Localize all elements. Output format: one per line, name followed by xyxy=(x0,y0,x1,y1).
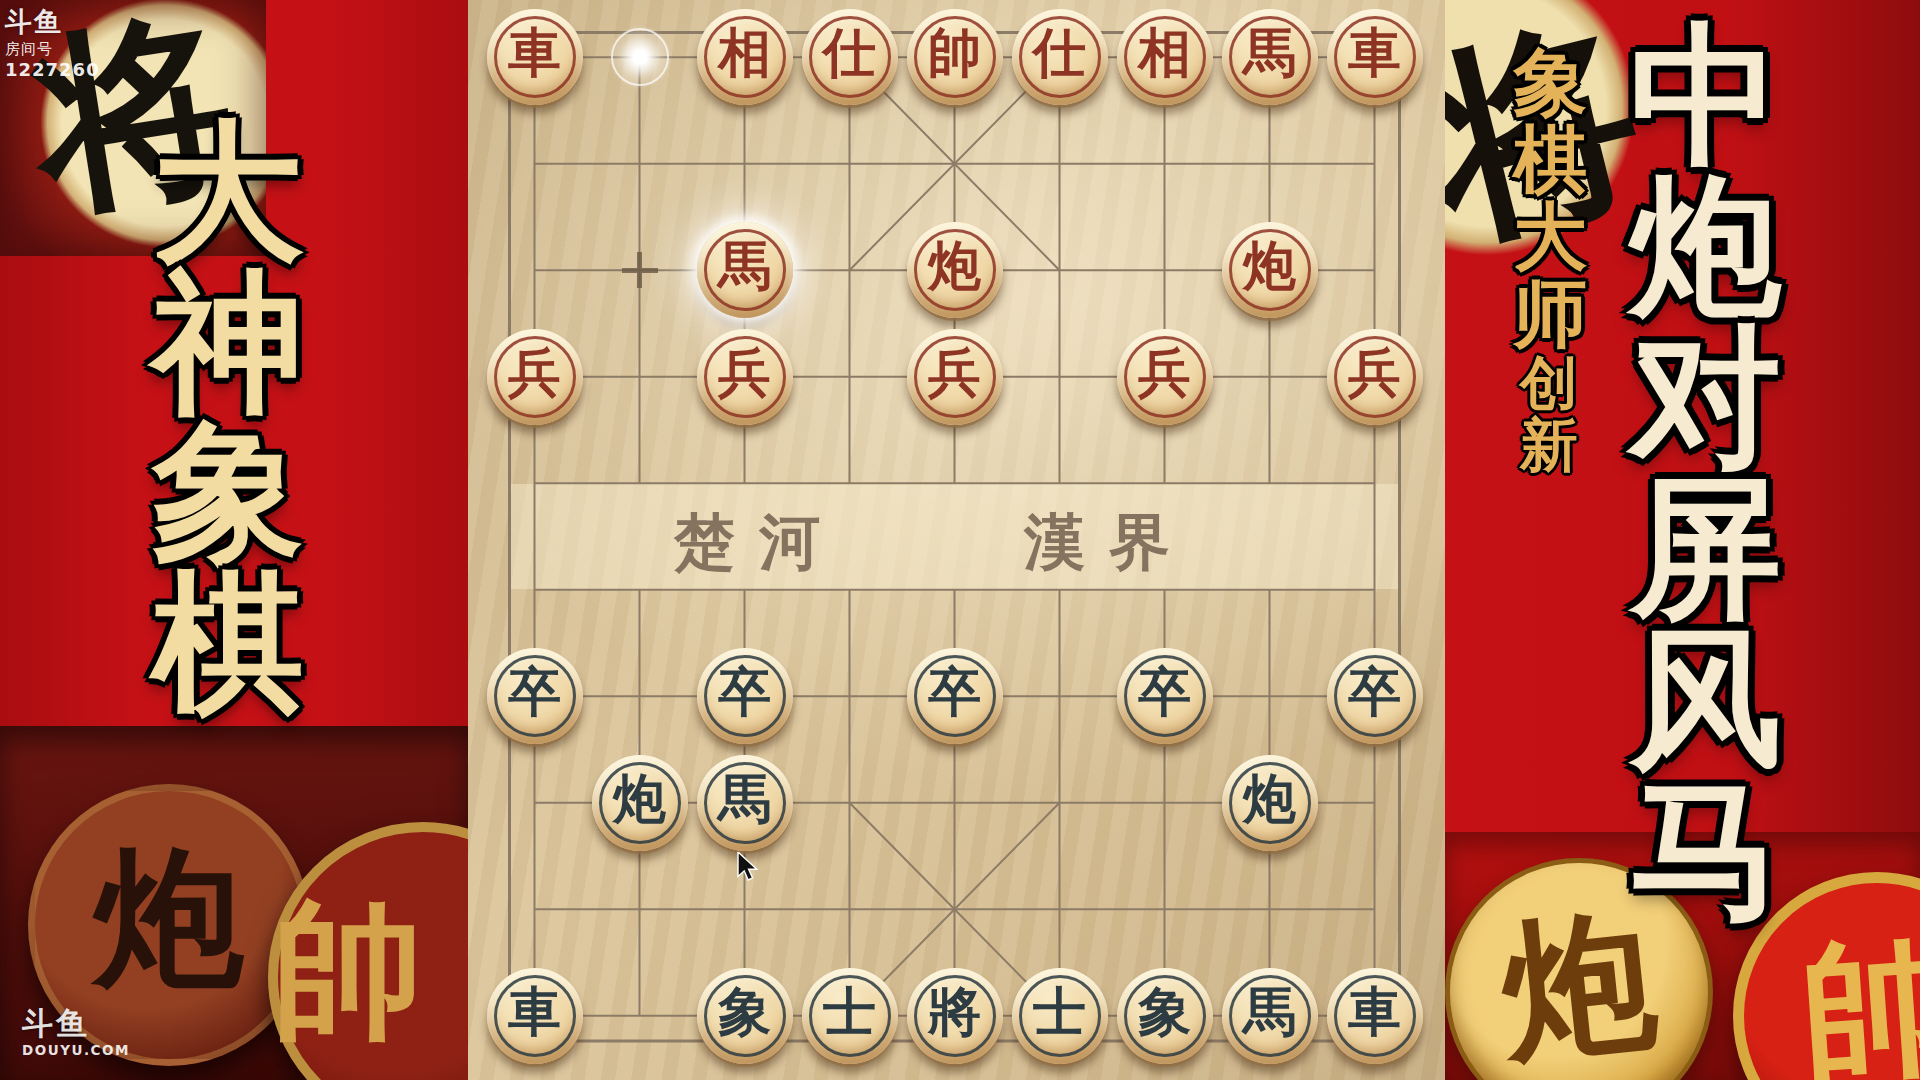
cannon-character: 炮 xyxy=(94,820,244,1022)
piece-character: 炮 xyxy=(613,764,666,836)
black-piece-馬[interactable]: 馬 xyxy=(697,755,793,851)
douyu-watermark-name: 斗鱼 xyxy=(22,1008,130,1039)
title-character: 对 xyxy=(1623,322,1788,473)
black-piece-炮[interactable]: 炮 xyxy=(592,755,688,851)
red-piece-仕[interactable]: 仕 xyxy=(802,9,898,105)
piece-character: 馬 xyxy=(1243,18,1296,90)
black-piece-象[interactable]: 象 xyxy=(697,968,793,1064)
piece-character: 炮 xyxy=(1243,764,1296,836)
cannon-point-marker xyxy=(620,250,660,290)
last-move-origin-marker xyxy=(604,21,676,93)
title-character: 新 xyxy=(1509,414,1589,476)
piece-character: 帥 xyxy=(928,18,981,90)
black-piece-馬[interactable]: 馬 xyxy=(1222,968,1318,1064)
black-piece-炮[interactable]: 炮 xyxy=(1222,755,1318,851)
piece-character: 仕 xyxy=(1033,18,1086,90)
douyu-watermark-url: DOUYU.COM xyxy=(22,1044,130,1058)
title-character: 大 xyxy=(1505,198,1595,275)
title-character: 棋 xyxy=(118,568,338,718)
xiangqi-grid[interactable]: 車相仕帥仕相馬車馬炮炮兵兵兵兵兵卒卒卒卒卒炮馬炮車象士將士象馬車 xyxy=(482,4,1427,1069)
piece-character: 車 xyxy=(1348,18,1401,90)
title-character: 象 xyxy=(1505,44,1595,121)
room-info-overlay: 斗鱼 房间号 1227260 xyxy=(5,6,100,81)
piece-character: 士 xyxy=(823,977,876,1049)
red-piece-馬[interactable]: 馬 xyxy=(697,222,793,318)
piece-character: 將 xyxy=(928,977,981,1049)
red-piece-炮[interactable]: 炮 xyxy=(1222,222,1318,318)
black-piece-將[interactable]: 將 xyxy=(907,968,1003,1064)
mouse-cursor xyxy=(736,852,762,882)
right-banner-title: 中炮对屏风马 xyxy=(1623,20,1788,926)
piece-character: 馬 xyxy=(718,764,771,836)
black-piece-車[interactable]: 車 xyxy=(487,968,583,1064)
stream-frame: 楚河 漢界 車相仕帥仕相馬車馬炮炮兵兵兵兵兵卒卒卒卒卒炮馬炮車象士將士象馬車 将… xyxy=(0,0,1920,1080)
douyu-watermark: 斗鱼 DOUYU.COM xyxy=(22,1008,130,1058)
piece-character: 車 xyxy=(1348,977,1401,1049)
title-character: 中 xyxy=(1623,20,1788,171)
piece-character: 車 xyxy=(508,977,561,1049)
piece-character: 卒 xyxy=(508,657,561,729)
red-piece-仕[interactable]: 仕 xyxy=(1012,9,1108,105)
title-character: 屏 xyxy=(1623,473,1788,624)
title-character: 大 xyxy=(118,118,338,268)
piece-character: 卒 xyxy=(928,657,981,729)
marshal-character: 帥 xyxy=(273,872,423,1074)
piece-character: 兵 xyxy=(928,338,981,410)
piece-character: 炮 xyxy=(1243,231,1296,303)
piece-character: 仕 xyxy=(823,18,876,90)
title-character: 师 xyxy=(1505,275,1595,352)
photo-marshal-piece: 帥 xyxy=(268,822,468,1080)
red-piece-馬[interactable]: 馬 xyxy=(1222,9,1318,105)
black-piece-卒[interactable]: 卒 xyxy=(1117,648,1213,744)
title-character: 神 xyxy=(118,268,338,418)
red-piece-兵[interactable]: 兵 xyxy=(907,329,1003,425)
title-character: 棋 xyxy=(1505,121,1595,198)
room-number-label: 房间号 xyxy=(5,41,100,58)
piece-character: 車 xyxy=(508,18,561,90)
piece-character: 馬 xyxy=(1243,977,1296,1049)
title-character: 炮 xyxy=(1623,171,1788,322)
black-piece-卒[interactable]: 卒 xyxy=(1327,648,1423,744)
red-piece-帥[interactable]: 帥 xyxy=(907,9,1003,105)
red-piece-兵[interactable]: 兵 xyxy=(1327,329,1423,425)
title-character: 马 xyxy=(1623,775,1788,926)
douyu-logo: 斗鱼 xyxy=(5,6,100,37)
room-number: 1227260 xyxy=(5,60,100,81)
black-piece-卒[interactable]: 卒 xyxy=(697,648,793,744)
red-piece-相[interactable]: 相 xyxy=(1117,9,1213,105)
title-character: 创 xyxy=(1509,352,1589,414)
left-banner-title: 大神象棋 xyxy=(118,118,338,718)
right-banner: 将 炮 帥 象棋大师 创新 中炮对屏风马 xyxy=(1445,0,1920,1080)
black-piece-卒[interactable]: 卒 xyxy=(487,648,583,744)
red-piece-車[interactable]: 車 xyxy=(1327,9,1423,105)
red-piece-兵[interactable]: 兵 xyxy=(697,329,793,425)
black-piece-士[interactable]: 士 xyxy=(802,968,898,1064)
piece-character: 士 xyxy=(1033,977,1086,1049)
red-piece-炮[interactable]: 炮 xyxy=(907,222,1003,318)
piece-character: 象 xyxy=(718,977,771,1049)
piece-character: 馬 xyxy=(718,231,771,303)
piece-character: 卒 xyxy=(1348,657,1401,729)
piece-character: 相 xyxy=(1138,18,1191,90)
piece-character: 兵 xyxy=(1348,338,1401,410)
piece-character: 卒 xyxy=(1138,657,1191,729)
right-banner-subtitle: 象棋大师 xyxy=(1505,44,1595,352)
piece-character: 相 xyxy=(718,18,771,90)
red-piece-車[interactable]: 車 xyxy=(487,9,583,105)
piece-character: 兵 xyxy=(718,338,771,410)
red-piece-兵[interactable]: 兵 xyxy=(1117,329,1213,425)
piece-character: 炮 xyxy=(928,231,981,303)
black-piece-士[interactable]: 士 xyxy=(1012,968,1108,1064)
marshal-character: 帥 xyxy=(1795,906,1920,1080)
black-piece-車[interactable]: 車 xyxy=(1327,968,1423,1064)
left-banner: 将 炮 帥 大神象棋 xyxy=(0,0,468,1080)
black-piece-卒[interactable]: 卒 xyxy=(907,648,1003,744)
red-piece-相[interactable]: 相 xyxy=(697,9,793,105)
piece-character: 卒 xyxy=(718,657,771,729)
title-character: 象 xyxy=(118,418,338,568)
piece-character: 象 xyxy=(1138,977,1191,1049)
title-character: 风 xyxy=(1623,624,1788,775)
red-piece-兵[interactable]: 兵 xyxy=(487,329,583,425)
piece-character: 兵 xyxy=(508,338,561,410)
black-piece-象[interactable]: 象 xyxy=(1117,968,1213,1064)
right-banner-subtitle-2: 创新 xyxy=(1509,352,1589,476)
piece-character: 兵 xyxy=(1138,338,1191,410)
